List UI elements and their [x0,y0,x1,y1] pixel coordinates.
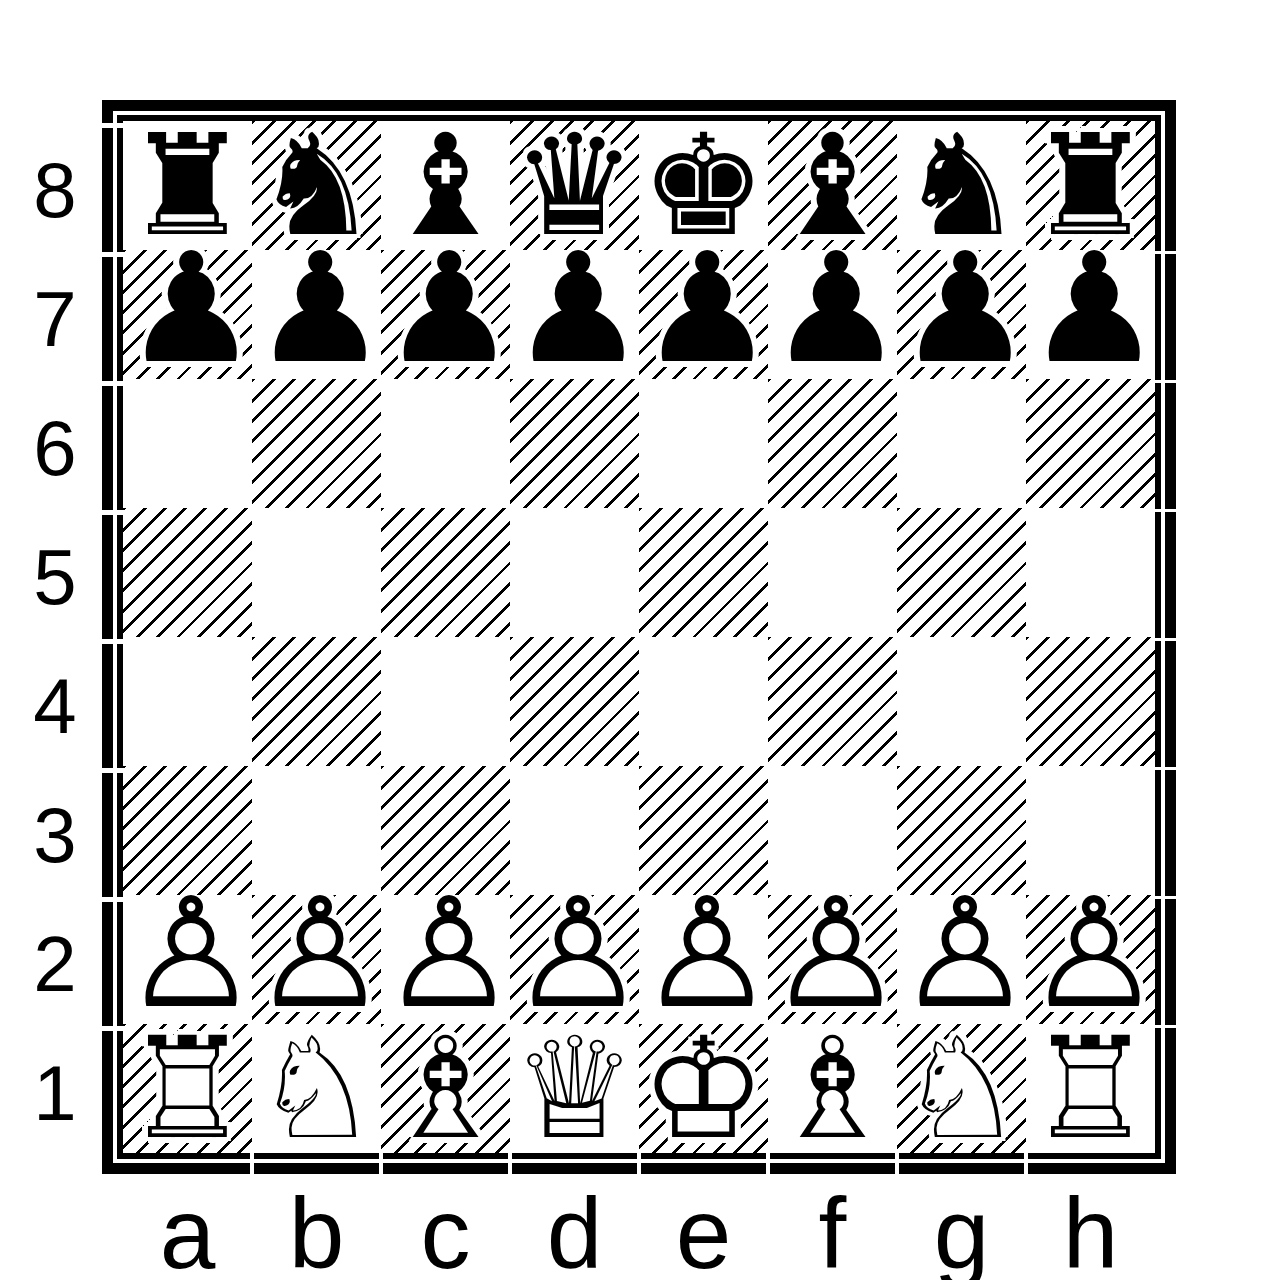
black-pawn-halo: ♟ [123,250,252,379]
border-gap [101,510,124,515]
piece-white-bishop: ♗ [768,1024,897,1153]
black-pawn-halo: ♟ [768,250,897,379]
piece-white-king: ♔ [639,1024,768,1153]
border-gap [766,1153,770,1177]
square-h8[interactable]: ♜♜ [1026,121,1155,250]
file-label-e: e [639,1178,768,1280]
square-b3[interactable] [252,766,381,895]
black-pawn-halo: ♟ [381,250,510,379]
piece-white-queen: ♕ [510,1024,639,1153]
piece-white-knight: ♘ [897,1024,1026,1153]
border-gap [101,768,124,773]
rank-label-5: 5 [5,513,105,642]
rank-label-8: 8 [5,126,105,255]
piece-black-pawn: ♟ [768,250,897,379]
board-grid: ♜♜♞♞♝♝♛♛♚♚♝♝♞♞♜♜♟♟♟♟♟♟♟♟♟♟♟♟♟♟♟♟♟♙♟♙♟♙♟♙… [123,121,1155,1153]
file-label-a: a [123,1178,252,1280]
square-c7[interactable]: ♟♟ [381,250,510,379]
square-h5[interactable] [1026,508,1155,637]
square-e8[interactable]: ♚♚ [639,121,768,250]
file-label-b: b [252,1178,381,1280]
white-rook-halo: ♜ [123,1024,252,1153]
square-a4[interactable] [123,637,252,766]
piece-black-rook: ♜ [1026,121,1155,250]
rank-label-6: 6 [5,384,105,513]
square-a7[interactable]: ♟♟ [123,250,252,379]
white-pawn-halo: ♟ [639,895,768,1024]
square-c2[interactable]: ♟♙ [381,895,510,1024]
piece-black-knight: ♞ [897,121,1026,250]
border-gap [895,1153,899,1177]
border-gap [1155,767,1178,770]
square-e6[interactable] [639,379,768,508]
file-label-f: f [768,1178,897,1280]
square-c8[interactable]: ♝♝ [381,121,510,250]
square-b8[interactable]: ♞♞ [252,121,381,250]
black-pawn-halo: ♟ [1026,250,1155,379]
square-h3[interactable] [1026,766,1155,895]
square-d5[interactable] [510,508,639,637]
border-gap [637,1153,641,1177]
white-pawn-halo: ♟ [1026,895,1155,1024]
square-g4[interactable] [897,637,1026,766]
piece-black-rook: ♜ [123,121,252,250]
piece-black-pawn: ♟ [1026,250,1155,379]
black-queen-halo: ♛ [510,121,639,250]
square-a8[interactable]: ♜♜ [123,121,252,250]
square-f6[interactable] [768,379,897,508]
black-pawn-halo: ♟ [252,250,381,379]
file-label-d: d [510,1178,639,1280]
border-gap [101,1026,124,1031]
square-h7[interactable]: ♟♟ [1026,250,1155,379]
border-gap [1024,1153,1028,1177]
black-bishop-halo: ♝ [381,121,510,250]
square-a1[interactable]: ♜♖ [123,1024,252,1153]
square-c3[interactable] [381,766,510,895]
white-pawn-halo: ♟ [897,895,1026,1024]
rank-label-4: 4 [5,642,105,771]
border-gap [1155,509,1178,512]
square-e2[interactable]: ♟♙ [639,895,768,1024]
black-king-halo: ♚ [639,121,768,250]
white-king-halo: ♚ [639,1024,768,1153]
square-b7[interactable]: ♟♟ [252,250,381,379]
piece-black-queen: ♛ [510,121,639,250]
black-rook-halo: ♜ [123,121,252,250]
square-d6[interactable] [510,379,639,508]
square-h2[interactable]: ♟♙ [1026,895,1155,1024]
square-f5[interactable] [768,508,897,637]
black-rook-halo: ♜ [1026,121,1155,250]
border-gap [379,1153,383,1177]
square-h1[interactable]: ♜♖ [1026,1024,1155,1153]
black-knight-halo: ♞ [252,121,381,250]
square-a3[interactable] [123,766,252,895]
border-gap [1155,1025,1178,1028]
white-rook-halo: ♜ [1026,1024,1155,1153]
border-gap [101,381,124,386]
white-knight-halo: ♞ [252,1024,381,1153]
square-g6[interactable] [897,379,1026,508]
white-knight-halo: ♞ [897,1024,1026,1153]
square-d4[interactable] [510,637,639,766]
rank-label-7: 7 [5,255,105,384]
piece-white-pawn: ♙ [252,895,381,1024]
black-bishop-halo: ♝ [768,121,897,250]
board-inner-frame: ♜♜♞♞♝♝♛♛♚♚♝♝♞♞♜♜♟♟♟♟♟♟♟♟♟♟♟♟♟♟♟♟♟♙♟♙♟♙♟♙… [117,115,1161,1159]
chess-board: ♜♜♞♞♝♝♛♛♚♚♝♝♞♞♜♜♟♟♟♟♟♟♟♟♟♟♟♟♟♟♟♟♟♙♟♙♟♙♟♙… [102,100,1176,1174]
piece-white-rook: ♖ [1026,1024,1155,1153]
piece-white-pawn: ♙ [510,895,639,1024]
piece-black-pawn: ♟ [123,250,252,379]
piece-black-bishop: ♝ [381,121,510,250]
square-b4[interactable] [252,637,381,766]
square-f4[interactable] [768,637,897,766]
piece-black-pawn: ♟ [252,250,381,379]
piece-white-pawn: ♙ [897,895,1026,1024]
border-gap [1155,380,1178,383]
white-pawn-halo: ♟ [381,895,510,1024]
square-h4[interactable] [1026,637,1155,766]
file-labels: abcdefgh [123,1178,1155,1280]
black-pawn-halo: ♟ [897,250,1026,379]
square-e4[interactable] [639,637,768,766]
square-d7[interactable]: ♟♟ [510,250,639,379]
square-g5[interactable] [897,508,1026,637]
white-bishop-halo: ♝ [768,1024,897,1153]
rank-label-3: 3 [5,771,105,900]
rank-labels: 87654321 [5,121,105,1153]
square-e5[interactable] [639,508,768,637]
white-pawn-halo: ♟ [768,895,897,1024]
square-f1[interactable]: ♝♗ [768,1024,897,1153]
white-pawn-halo: ♟ [510,895,639,1024]
square-h6[interactable] [1026,379,1155,508]
square-g3[interactable] [897,766,1026,895]
piece-black-pawn: ♟ [639,250,768,379]
border-gap [101,897,124,902]
border-gap [101,252,124,257]
square-d2[interactable]: ♟♙ [510,895,639,1024]
black-pawn-halo: ♟ [639,250,768,379]
square-a5[interactable] [123,508,252,637]
square-b1[interactable]: ♞♘ [252,1024,381,1153]
piece-white-pawn: ♙ [123,895,252,1024]
piece-white-rook: ♖ [123,1024,252,1153]
square-c5[interactable] [381,508,510,637]
rank-label-2: 2 [5,900,105,1029]
file-label-g: g [897,1178,1026,1280]
square-g2[interactable]: ♟♙ [897,895,1026,1024]
border-gap [101,639,124,644]
piece-white-pawn: ♙ [1026,895,1155,1024]
white-queen-halo: ♛ [510,1024,639,1153]
piece-black-knight: ♞ [252,121,381,250]
square-e1[interactable]: ♚♔ [639,1024,768,1153]
border-gap [1155,896,1178,899]
file-label-c: c [381,1178,510,1280]
square-f3[interactable] [768,766,897,895]
square-g7[interactable]: ♟♟ [897,250,1026,379]
square-b6[interactable] [252,379,381,508]
piece-black-pawn: ♟ [381,250,510,379]
piece-white-pawn: ♙ [639,895,768,1024]
border-gap [1155,251,1178,254]
square-b5[interactable] [252,508,381,637]
border-gap [1155,638,1178,641]
square-c6[interactable] [381,379,510,508]
white-pawn-halo: ♟ [123,895,252,1024]
square-e7[interactable]: ♟♟ [639,250,768,379]
square-c1[interactable]: ♝♗ [381,1024,510,1153]
white-pawn-halo: ♟ [252,895,381,1024]
piece-white-knight: ♘ [252,1024,381,1153]
square-a6[interactable] [123,379,252,508]
square-e3[interactable] [639,766,768,895]
square-d1[interactable]: ♛♕ [510,1024,639,1153]
black-pawn-halo: ♟ [510,250,639,379]
diagram-stage: 87654321 ♜♜♞♞♝♝♛♛♚♚♝♝♞♞♜♜♟♟♟♟♟♟♟♟♟♟♟♟♟♟♟… [0,0,1280,1280]
square-f8[interactable]: ♝♝ [768,121,897,250]
piece-black-king: ♚ [639,121,768,250]
piece-white-bishop: ♗ [381,1024,510,1153]
square-d8[interactable]: ♛♛ [510,121,639,250]
border-gap [508,1153,512,1177]
square-f2[interactable]: ♟♙ [768,895,897,1024]
black-knight-halo: ♞ [897,121,1026,250]
square-c4[interactable] [381,637,510,766]
border-gap [250,1153,254,1177]
file-label-h: h [1026,1178,1155,1280]
white-bishop-halo: ♝ [381,1024,510,1153]
piece-white-pawn: ♙ [768,895,897,1024]
rank-label-1: 1 [5,1029,105,1158]
border-gap [101,123,124,128]
square-g8[interactable]: ♞♞ [897,121,1026,250]
square-g1[interactable]: ♞♘ [897,1024,1026,1153]
square-f7[interactable]: ♟♟ [768,250,897,379]
piece-black-pawn: ♟ [897,250,1026,379]
square-d3[interactable] [510,766,639,895]
square-b2[interactable]: ♟♙ [252,895,381,1024]
square-a2[interactable]: ♟♙ [123,895,252,1024]
piece-black-pawn: ♟ [510,250,639,379]
piece-black-bishop: ♝ [768,121,897,250]
piece-white-pawn: ♙ [381,895,510,1024]
